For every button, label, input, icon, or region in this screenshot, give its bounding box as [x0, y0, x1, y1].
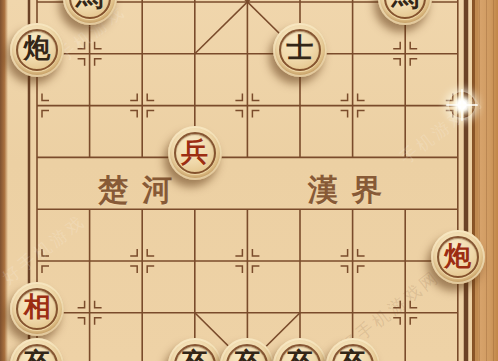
board-grid-lines	[0, 0, 498, 361]
piece-character: 士	[287, 35, 314, 62]
piece-black-炮[interactable]: 炮	[10, 23, 64, 77]
piece-character: 馬	[76, 0, 103, 11]
piece-character: 卒	[24, 350, 51, 361]
piece-character: 卒	[287, 350, 314, 361]
piece-character: 卒	[234, 350, 261, 361]
piece-character: 卒	[181, 350, 208, 361]
river-label-han-jie: 漢界	[308, 170, 396, 211]
river-label-chu-he: 楚河	[98, 170, 186, 211]
sparkle-effect	[449, 92, 475, 118]
xiangqi-board[interactable]: 楚河 漢界 馬馬炮士兵炮相卒卒卒卒卒 好手机游戏手机游戏网好手机游戏网好手机游戏	[0, 0, 498, 361]
piece-character: 炮	[24, 35, 51, 62]
piece-red-炮[interactable]: 炮	[431, 230, 485, 284]
piece-red-相[interactable]: 相	[10, 282, 64, 336]
piece-character: 相	[24, 294, 51, 321]
piece-red-兵[interactable]: 兵	[168, 126, 222, 180]
board-right-wood-margin	[472, 0, 498, 361]
piece-character: 馬	[392, 0, 419, 11]
piece-character: 兵	[181, 139, 208, 166]
piece-character: 卒	[339, 350, 366, 361]
piece-character: 炮	[444, 243, 471, 270]
piece-black-士[interactable]: 士	[273, 23, 327, 77]
board-left-edge	[0, 0, 8, 361]
